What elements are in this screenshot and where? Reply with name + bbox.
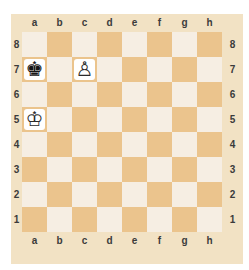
square-g7[interactable]: [172, 57, 197, 82]
square-d6[interactable]: [97, 82, 122, 107]
square-h7[interactable]: [197, 57, 222, 82]
square-e5[interactable]: [122, 107, 147, 132]
square-d2[interactable]: [97, 182, 122, 207]
file-label-c: c: [72, 14, 97, 32]
file-label-e: e: [122, 14, 147, 32]
square-d3[interactable]: [97, 157, 122, 182]
square-e2[interactable]: [122, 182, 147, 207]
square-c5[interactable]: [72, 107, 97, 132]
square-f8[interactable]: [147, 32, 172, 57]
rank-labels-left: 87654321: [11, 32, 22, 232]
rank-label-8: 8: [11, 32, 22, 57]
file-label-g: g: [172, 14, 197, 32]
square-h8[interactable]: [197, 32, 222, 57]
square-a4[interactable]: [22, 132, 47, 157]
file-labels-top: abcdefgh: [22, 14, 222, 32]
square-h6[interactable]: [197, 82, 222, 107]
file-label-h: h: [197, 232, 222, 250]
square-f5[interactable]: [147, 107, 172, 132]
rank-label-1: 1: [222, 207, 243, 232]
square-h1[interactable]: [197, 207, 222, 232]
rank-label-5: 5: [222, 107, 243, 132]
square-a5[interactable]: ♔: [22, 107, 47, 132]
rank-label-4: 4: [222, 132, 243, 157]
file-label-a: a: [22, 232, 47, 250]
rank-label-2: 2: [222, 182, 243, 207]
file-label-d: d: [97, 14, 122, 32]
square-a6[interactable]: [22, 82, 47, 107]
file-label-c: c: [72, 232, 97, 250]
square-c4[interactable]: [72, 132, 97, 157]
file-label-b: b: [47, 14, 72, 32]
square-a1[interactable]: [22, 207, 47, 232]
square-e1[interactable]: [122, 207, 147, 232]
square-d7[interactable]: [97, 57, 122, 82]
square-a2[interactable]: [22, 182, 47, 207]
square-g2[interactable]: [172, 182, 197, 207]
square-b1[interactable]: [47, 207, 72, 232]
square-e3[interactable]: [122, 157, 147, 182]
square-d1[interactable]: [97, 207, 122, 232]
square-a3[interactable]: [22, 157, 47, 182]
rank-label-1: 1: [11, 207, 22, 232]
square-h4[interactable]: [197, 132, 222, 157]
square-a7[interactable]: ♚: [22, 57, 47, 82]
file-label-e: e: [122, 232, 147, 250]
square-g8[interactable]: [172, 32, 197, 57]
rank-label-7: 7: [222, 57, 243, 82]
file-label-f: f: [147, 14, 172, 32]
file-label-h: h: [197, 14, 222, 32]
square-e6[interactable]: [122, 82, 147, 107]
square-h3[interactable]: [197, 157, 222, 182]
file-label-g: g: [172, 232, 197, 250]
square-d5[interactable]: [97, 107, 122, 132]
square-g5[interactable]: [172, 107, 197, 132]
square-b6[interactable]: [47, 82, 72, 107]
rank-label-2: 2: [11, 182, 22, 207]
square-f3[interactable]: [147, 157, 172, 182]
rank-label-7: 7: [11, 57, 22, 82]
square-f7[interactable]: [147, 57, 172, 82]
square-g3[interactable]: [172, 157, 197, 182]
square-f6[interactable]: [147, 82, 172, 107]
file-labels-bottom: abcdefgh: [22, 232, 222, 250]
rank-label-6: 6: [222, 82, 243, 107]
square-d4[interactable]: [97, 132, 122, 157]
chess-board: ♚♙♔: [22, 32, 222, 232]
square-b2[interactable]: [47, 182, 72, 207]
rank-label-3: 3: [222, 157, 243, 182]
file-label-a: a: [22, 14, 47, 32]
square-b3[interactable]: [47, 157, 72, 182]
rank-label-4: 4: [11, 132, 22, 157]
square-h2[interactable]: [197, 182, 222, 207]
rank-label-5: 5: [11, 107, 22, 132]
square-e4[interactable]: [122, 132, 147, 157]
square-h5[interactable]: [197, 107, 222, 132]
square-f2[interactable]: [147, 182, 172, 207]
square-c8[interactable]: [72, 32, 97, 57]
square-g1[interactable]: [172, 207, 197, 232]
square-g4[interactable]: [172, 132, 197, 157]
chess-board-frame: abcdefgh 87654321 ♚♙♔ 87654321 abcdefgh: [11, 14, 243, 264]
square-b8[interactable]: [47, 32, 72, 57]
square-e8[interactable]: [122, 32, 147, 57]
square-f1[interactable]: [147, 207, 172, 232]
square-c7[interactable]: ♙: [72, 57, 97, 82]
square-c1[interactable]: [72, 207, 97, 232]
file-label-b: b: [47, 232, 72, 250]
rank-label-3: 3: [11, 157, 22, 182]
square-f4[interactable]: [147, 132, 172, 157]
square-d8[interactable]: [97, 32, 122, 57]
square-c6[interactable]: [72, 82, 97, 107]
white-king-piece[interactable]: ♔: [22, 107, 47, 132]
square-c3[interactable]: [72, 157, 97, 182]
square-b4[interactable]: [47, 132, 72, 157]
square-g6[interactable]: [172, 82, 197, 107]
square-b5[interactable]: [47, 107, 72, 132]
square-b7[interactable]: [47, 57, 72, 82]
white-pawn-piece[interactable]: ♙: [72, 57, 97, 82]
black-king-piece[interactable]: ♚: [22, 57, 47, 82]
square-a8[interactable]: [22, 32, 47, 57]
rank-label-6: 6: [11, 82, 22, 107]
rank-label-8: 8: [222, 32, 243, 57]
file-label-d: d: [97, 232, 122, 250]
square-c2[interactable]: [72, 182, 97, 207]
file-label-f: f: [147, 232, 172, 250]
square-e7[interactable]: [122, 57, 147, 82]
rank-labels-right: 87654321: [222, 32, 243, 232]
